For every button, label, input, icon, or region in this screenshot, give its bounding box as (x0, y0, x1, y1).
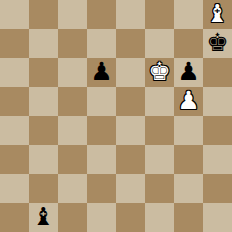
square-c8[interactable] (58, 0, 87, 29)
square-f4[interactable] (145, 116, 174, 145)
square-e6[interactable] (116, 58, 145, 87)
square-d2[interactable] (87, 174, 116, 203)
white-pawn-g5[interactable]: ♟ (177, 86, 199, 115)
square-a6[interactable] (0, 58, 29, 87)
chess-board: ♝♚♟♚♟♟♝ (0, 0, 232, 232)
square-a3[interactable] (0, 145, 29, 174)
square-e3[interactable] (116, 145, 145, 174)
square-g3[interactable] (174, 145, 203, 174)
square-f1[interactable] (145, 203, 174, 232)
square-b3[interactable] (29, 145, 58, 174)
square-g2[interactable] (174, 174, 203, 203)
square-e2[interactable] (116, 174, 145, 203)
square-g4[interactable] (174, 116, 203, 145)
square-h4[interactable] (203, 116, 232, 145)
square-b1[interactable]: ♝ (29, 203, 58, 232)
white-king-f6[interactable]: ♚ (148, 57, 170, 86)
square-h8[interactable]: ♝ (203, 0, 232, 29)
square-d7[interactable] (87, 29, 116, 58)
square-e8[interactable] (116, 0, 145, 29)
square-h6[interactable] (203, 58, 232, 87)
white-bishop-h8[interactable]: ♝ (206, 0, 228, 28)
square-f2[interactable] (145, 174, 174, 203)
square-g1[interactable] (174, 203, 203, 232)
square-d5[interactable] (87, 87, 116, 116)
square-c4[interactable] (58, 116, 87, 145)
square-b7[interactable] (29, 29, 58, 58)
square-b5[interactable] (29, 87, 58, 116)
square-a7[interactable] (0, 29, 29, 58)
square-c3[interactable] (58, 145, 87, 174)
square-c7[interactable] (58, 29, 87, 58)
square-d1[interactable] (87, 203, 116, 232)
square-d6[interactable]: ♟ (87, 58, 116, 87)
square-b6[interactable] (29, 58, 58, 87)
square-c5[interactable] (58, 87, 87, 116)
square-e4[interactable] (116, 116, 145, 145)
black-pawn-g6[interactable]: ♟ (177, 57, 199, 86)
square-a5[interactable] (0, 87, 29, 116)
square-e5[interactable] (116, 87, 145, 116)
square-h7[interactable]: ♚ (203, 29, 232, 58)
square-d8[interactable] (87, 0, 116, 29)
square-g8[interactable] (174, 0, 203, 29)
square-g6[interactable]: ♟ (174, 58, 203, 87)
black-pawn-d6[interactable]: ♟ (90, 57, 112, 86)
square-f5[interactable] (145, 87, 174, 116)
square-h2[interactable] (203, 174, 232, 203)
square-c6[interactable] (58, 58, 87, 87)
square-b2[interactable] (29, 174, 58, 203)
square-h3[interactable] (203, 145, 232, 174)
square-d4[interactable] (87, 116, 116, 145)
square-f7[interactable] (145, 29, 174, 58)
square-g7[interactable] (174, 29, 203, 58)
square-f3[interactable] (145, 145, 174, 174)
square-f8[interactable] (145, 0, 174, 29)
square-a1[interactable] (0, 203, 29, 232)
square-c1[interactable] (58, 203, 87, 232)
square-e1[interactable] (116, 203, 145, 232)
square-a4[interactable] (0, 116, 29, 145)
square-e7[interactable] (116, 29, 145, 58)
square-a2[interactable] (0, 174, 29, 203)
square-d3[interactable] (87, 145, 116, 174)
square-h1[interactable] (203, 203, 232, 232)
square-f6[interactable]: ♚ (145, 58, 174, 87)
square-h5[interactable] (203, 87, 232, 116)
black-king-h7[interactable]: ♚ (206, 28, 228, 57)
black-bishop-b1[interactable]: ♝ (32, 202, 54, 231)
square-g5[interactable]: ♟ (174, 87, 203, 116)
square-c2[interactable] (58, 174, 87, 203)
square-a8[interactable] (0, 0, 29, 29)
square-b8[interactable] (29, 0, 58, 29)
square-b4[interactable] (29, 116, 58, 145)
